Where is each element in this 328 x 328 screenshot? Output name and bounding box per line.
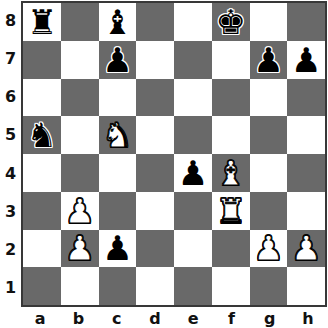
square-c1[interactable]: [99, 267, 137, 305]
square-c6[interactable]: [99, 79, 137, 117]
square-a1[interactable]: [23, 267, 61, 305]
white-pawn-g2[interactable]: ♟: [253, 231, 283, 265]
corner-spacer: [0, 307, 21, 328]
square-h6[interactable]: [287, 79, 325, 117]
black-pawn-c2[interactable]: ♟: [102, 231, 132, 265]
square-f7[interactable]: [212, 41, 250, 79]
square-c7[interactable]: ♟: [99, 41, 137, 79]
black-king-f8[interactable]: ♚: [215, 5, 245, 39]
black-pawn-g7[interactable]: ♟: [253, 43, 283, 77]
square-f1[interactable]: [212, 267, 250, 305]
black-rook-a8[interactable]: ♜: [27, 5, 57, 39]
square-h4[interactable]: [287, 154, 325, 192]
black-pawn-h7[interactable]: ♟: [291, 43, 321, 77]
square-a5[interactable]: ♞: [23, 116, 61, 154]
square-e8[interactable]: [174, 3, 212, 41]
square-g7[interactable]: ♟: [250, 41, 288, 79]
square-g1[interactable]: [250, 267, 288, 305]
square-d5[interactable]: [136, 116, 174, 154]
file-labels: abcdefgh: [21, 307, 327, 328]
square-d7[interactable]: [136, 41, 174, 79]
square-c8[interactable]: ♝: [99, 3, 137, 41]
square-e1[interactable]: [174, 267, 212, 305]
square-a6[interactable]: [23, 79, 61, 117]
square-c4[interactable]: [99, 154, 137, 192]
file-label-g: g: [251, 307, 289, 328]
square-h1[interactable]: [287, 267, 325, 305]
white-rook-f3[interactable]: ♜: [215, 194, 245, 228]
square-g3[interactable]: [250, 192, 288, 230]
square-c2[interactable]: ♟: [99, 230, 137, 268]
square-g6[interactable]: [250, 79, 288, 117]
rank-label-3: 3: [0, 192, 21, 230]
square-g4[interactable]: [250, 154, 288, 192]
square-d6[interactable]: [136, 79, 174, 117]
black-knight-a5[interactable]: ♞: [27, 118, 57, 152]
chess-board: ♜♝♚♟♟♟♞♞♟♝♟♜♟♟♟♟: [21, 1, 327, 307]
square-a4[interactable]: [23, 154, 61, 192]
square-f3[interactable]: ♜: [212, 192, 250, 230]
square-b2[interactable]: ♟: [61, 230, 99, 268]
rank-label-4: 4: [0, 154, 21, 192]
chess-diagram: 87654321 ♜♝♚♟♟♟♞♞♟♝♟♜♟♟♟♟ abcdefgh: [0, 0, 327, 328]
file-label-e: e: [174, 307, 212, 328]
square-b3[interactable]: ♟: [61, 192, 99, 230]
square-a8[interactable]: ♜: [23, 3, 61, 41]
square-a3[interactable]: [23, 192, 61, 230]
black-bishop-c8[interactable]: ♝: [102, 5, 132, 39]
rank-label-2: 2: [0, 231, 21, 269]
square-d4[interactable]: [136, 154, 174, 192]
square-e4[interactable]: ♟: [174, 154, 212, 192]
square-g5[interactable]: [250, 116, 288, 154]
square-d1[interactable]: [136, 267, 174, 305]
square-f4[interactable]: ♝: [212, 154, 250, 192]
square-h2[interactable]: ♟: [287, 230, 325, 268]
white-pawn-b2[interactable]: ♟: [64, 231, 94, 265]
square-h3[interactable]: [287, 192, 325, 230]
rank-labels: 87654321: [0, 1, 21, 307]
square-e2[interactable]: [174, 230, 212, 268]
square-e5[interactable]: [174, 116, 212, 154]
square-g2[interactable]: ♟: [250, 230, 288, 268]
square-b4[interactable]: [61, 154, 99, 192]
square-b6[interactable]: [61, 79, 99, 117]
square-f2[interactable]: [212, 230, 250, 268]
file-label-d: d: [136, 307, 174, 328]
square-h7[interactable]: ♟: [287, 41, 325, 79]
square-d8[interactable]: [136, 3, 174, 41]
square-h5[interactable]: [287, 116, 325, 154]
square-f8[interactable]: ♚: [212, 3, 250, 41]
square-b8[interactable]: [61, 3, 99, 41]
rank-label-1: 1: [0, 269, 21, 307]
square-f5[interactable]: [212, 116, 250, 154]
file-label-a: a: [21, 307, 59, 328]
file-label-b: b: [59, 307, 97, 328]
file-label-h: h: [289, 307, 327, 328]
rank-label-5: 5: [0, 116, 21, 154]
square-c3[interactable]: [99, 192, 137, 230]
file-label-f: f: [212, 307, 250, 328]
white-knight-c5[interactable]: ♞: [102, 118, 132, 152]
black-pawn-e4[interactable]: ♟: [178, 156, 208, 190]
square-c5[interactable]: ♞: [99, 116, 137, 154]
square-a7[interactable]: [23, 41, 61, 79]
white-pawn-b3[interactable]: ♟: [64, 194, 94, 228]
square-f6[interactable]: [212, 79, 250, 117]
square-b7[interactable]: [61, 41, 99, 79]
square-b1[interactable]: [61, 267, 99, 305]
white-bishop-f4[interactable]: ♝: [215, 156, 245, 190]
square-d3[interactable]: [136, 192, 174, 230]
square-e3[interactable]: [174, 192, 212, 230]
square-e6[interactable]: [174, 79, 212, 117]
rank-label-7: 7: [0, 39, 21, 77]
square-e7[interactable]: [174, 41, 212, 79]
white-pawn-h2[interactable]: ♟: [291, 231, 321, 265]
black-pawn-c7[interactable]: ♟: [102, 43, 132, 77]
square-g8[interactable]: [250, 3, 288, 41]
rank-label-6: 6: [0, 78, 21, 116]
rank-label-8: 8: [0, 1, 21, 39]
file-label-c: c: [98, 307, 136, 328]
square-b5[interactable]: [61, 116, 99, 154]
square-d2[interactable]: [136, 230, 174, 268]
square-a2[interactable]: [23, 230, 61, 268]
square-h8[interactable]: [287, 3, 325, 41]
